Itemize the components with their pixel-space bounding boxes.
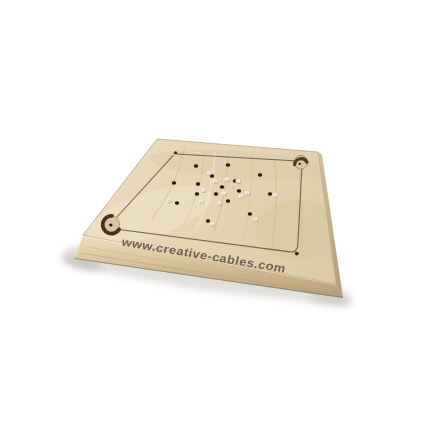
white-hole-center bbox=[274, 195, 276, 196]
board-photo-svg: www.creative-cables.com bbox=[0, 0, 440, 440]
dark-hole bbox=[194, 164, 198, 167]
dark-hole bbox=[268, 192, 272, 195]
dark-hole bbox=[195, 192, 199, 195]
white-hole-center bbox=[218, 203, 220, 204]
white-hole-center bbox=[211, 224, 213, 225]
white-hole-center bbox=[208, 173, 210, 174]
white-hole-center bbox=[246, 193, 248, 194]
dark-hole bbox=[237, 189, 241, 192]
corner-center-hole-bottom-left bbox=[109, 224, 112, 227]
white-hole-center bbox=[202, 190, 204, 191]
dark-hole bbox=[196, 182, 200, 185]
white-hole-center bbox=[254, 219, 256, 220]
photo-canvas: www.creative-cables.com bbox=[0, 0, 440, 440]
white-hole-center bbox=[240, 196, 242, 197]
dark-hole bbox=[206, 219, 210, 222]
white-hole-center bbox=[168, 200, 170, 201]
dark-hole bbox=[226, 163, 230, 166]
dark-hole bbox=[214, 192, 218, 195]
white-hole-center bbox=[223, 193, 225, 194]
corner-hole-top-left bbox=[174, 151, 177, 154]
white-hole-center bbox=[214, 181, 216, 182]
dark-hole bbox=[248, 212, 252, 215]
white-hole-center bbox=[200, 201, 202, 202]
dark-hole bbox=[258, 173, 262, 176]
white-hole-center bbox=[226, 179, 228, 180]
dark-hole bbox=[226, 199, 230, 202]
corner-center-hole-top-right bbox=[299, 163, 301, 165]
corner-hole-bottom-right bbox=[295, 252, 299, 256]
white-hole-center bbox=[237, 181, 239, 182]
dark-hole bbox=[172, 181, 176, 184]
dark-hole bbox=[175, 201, 179, 204]
dark-hole bbox=[220, 185, 224, 188]
